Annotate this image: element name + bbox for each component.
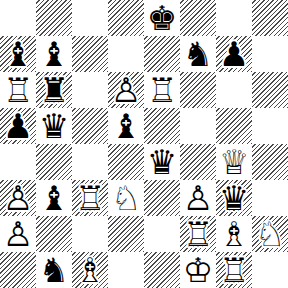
square-c6[interactable] [72,72,108,108]
square-c4[interactable] [72,144,108,180]
piece-white-knight-h2: ♘ [252,216,288,252]
piece-halo: ♝ [72,252,108,288]
square-g5[interactable] [216,108,252,144]
piece-halo: ♟ [0,108,36,144]
piece-black-bishop-b3: ♝ [36,180,72,216]
piece-halo: ♝ [0,36,36,72]
piece-halo: ♟ [180,180,216,216]
square-b8[interactable] [36,0,72,36]
square-f7[interactable]: ♞♞ [180,36,216,72]
piece-halo: ♞ [36,252,72,288]
square-a1[interactable] [0,252,36,288]
piece-black-pawn-a5: ♟ [0,108,36,144]
piece-halo: ♞ [180,36,216,72]
square-f6[interactable] [180,72,216,108]
square-d7[interactable] [108,36,144,72]
square-h8[interactable] [252,0,288,36]
square-b4[interactable] [36,144,72,180]
piece-black-bishop-b7: ♝ [36,36,72,72]
piece-halo: ♝ [36,180,72,216]
piece-white-king-f1: ♔ [180,252,216,288]
square-a6[interactable]: ♜♖ [0,72,36,108]
square-d3[interactable]: ♞♘ [108,180,144,216]
square-e6[interactable]: ♜♖ [144,72,180,108]
square-b7[interactable]: ♝♝ [36,36,72,72]
square-b3[interactable]: ♝♝ [36,180,72,216]
square-b5[interactable]: ♛♛ [36,108,72,144]
piece-halo: ♜ [36,72,72,108]
piece-halo: ♞ [108,180,144,216]
square-d6[interactable]: ♟♙ [108,72,144,108]
piece-white-knight-d3: ♘ [108,180,144,216]
piece-halo: ♟ [0,180,36,216]
square-b6[interactable]: ♜♜ [36,72,72,108]
square-a5[interactable]: ♟♟ [0,108,36,144]
piece-halo: ♚ [180,252,216,288]
square-d5[interactable]: ♝♝ [108,108,144,144]
piece-halo: ♜ [144,72,180,108]
square-g2[interactable]: ♝♗ [216,216,252,252]
piece-black-knight-b1: ♞ [36,252,72,288]
piece-halo: ♝ [216,216,252,252]
piece-halo: ♛ [216,180,252,216]
square-e2[interactable] [144,216,180,252]
square-a3[interactable]: ♟♙ [0,180,36,216]
square-g1[interactable]: ♜♖ [216,252,252,288]
square-h1[interactable] [252,252,288,288]
square-a8[interactable] [0,0,36,36]
square-d1[interactable] [108,252,144,288]
piece-halo: ♚ [144,0,180,36]
piece-white-pawn-a2: ♙ [0,216,36,252]
square-d8[interactable] [108,0,144,36]
square-c5[interactable] [72,108,108,144]
piece-halo: ♛ [36,108,72,144]
square-e1[interactable] [144,252,180,288]
square-e3[interactable] [144,180,180,216]
piece-black-queen-e4: ♛ [144,144,180,180]
square-c2[interactable] [72,216,108,252]
square-b2[interactable] [36,216,72,252]
square-h6[interactable] [252,72,288,108]
square-h5[interactable] [252,108,288,144]
square-f5[interactable] [180,108,216,144]
chessboard: ♚♚♝♝♝♝♞♞♟♟♜♖♜♜♟♙♜♖♟♟♛♛♝♝♛♛♛♕♟♙♝♝♜♖♞♘♟♙♛♛… [0,0,288,288]
piece-halo: ♟ [216,36,252,72]
square-e4[interactable]: ♛♛ [144,144,180,180]
piece-halo: ♟ [0,216,36,252]
square-a2[interactable]: ♟♙ [0,216,36,252]
square-a7[interactable]: ♝♝ [0,36,36,72]
square-f4[interactable] [180,144,216,180]
square-c7[interactable] [72,36,108,72]
piece-black-knight-f7: ♞ [180,36,216,72]
square-e5[interactable] [144,108,180,144]
square-g3[interactable]: ♛♛ [216,180,252,216]
square-c3[interactable]: ♜♖ [72,180,108,216]
piece-black-rook-b6: ♜ [36,72,72,108]
piece-white-pawn-a3: ♙ [0,180,36,216]
square-a4[interactable] [0,144,36,180]
piece-white-rook-f2: ♖ [180,216,216,252]
square-h2[interactable]: ♞♘ [252,216,288,252]
square-e7[interactable] [144,36,180,72]
piece-black-queen-g3: ♛ [216,180,252,216]
piece-halo: ♜ [0,72,36,108]
piece-halo: ♝ [36,36,72,72]
piece-black-bishop-a7: ♝ [0,36,36,72]
piece-halo: ♛ [216,144,252,180]
piece-halo: ♜ [180,216,216,252]
piece-halo: ♝ [108,108,144,144]
square-c8[interactable] [72,0,108,36]
square-h3[interactable] [252,180,288,216]
square-f1[interactable]: ♚♔ [180,252,216,288]
piece-black-pawn-g7: ♟ [216,36,252,72]
square-f2[interactable]: ♜♖ [180,216,216,252]
piece-halo: ♜ [72,180,108,216]
piece-white-bishop-c1: ♗ [72,252,108,288]
piece-white-rook-e6: ♖ [144,72,180,108]
piece-white-rook-g1: ♖ [216,252,252,288]
piece-white-pawn-d6: ♙ [108,72,144,108]
square-f3[interactable]: ♟♙ [180,180,216,216]
piece-white-pawn-f3: ♙ [180,180,216,216]
square-g4[interactable]: ♛♕ [216,144,252,180]
square-g6[interactable] [216,72,252,108]
piece-black-queen-b5: ♛ [36,108,72,144]
piece-halo: ♟ [108,72,144,108]
piece-white-queen-g4: ♕ [216,144,252,180]
square-b1[interactable]: ♞♞ [36,252,72,288]
piece-white-bishop-g2: ♗ [216,216,252,252]
piece-black-king-e8: ♚ [144,0,180,36]
piece-halo: ♞ [252,216,288,252]
square-h7[interactable] [252,36,288,72]
square-d4[interactable] [108,144,144,180]
square-h4[interactable] [252,144,288,180]
square-d2[interactable] [108,216,144,252]
square-g8[interactable] [216,0,252,36]
square-c1[interactable]: ♝♗ [72,252,108,288]
piece-black-bishop-d5: ♝ [108,108,144,144]
square-f8[interactable] [180,0,216,36]
piece-white-rook-a6: ♖ [0,72,36,108]
piece-halo: ♜ [216,252,252,288]
square-e8[interactable]: ♚♚ [144,0,180,36]
square-g7[interactable]: ♟♟ [216,36,252,72]
piece-halo: ♛ [144,144,180,180]
piece-white-rook-c3: ♖ [72,180,108,216]
